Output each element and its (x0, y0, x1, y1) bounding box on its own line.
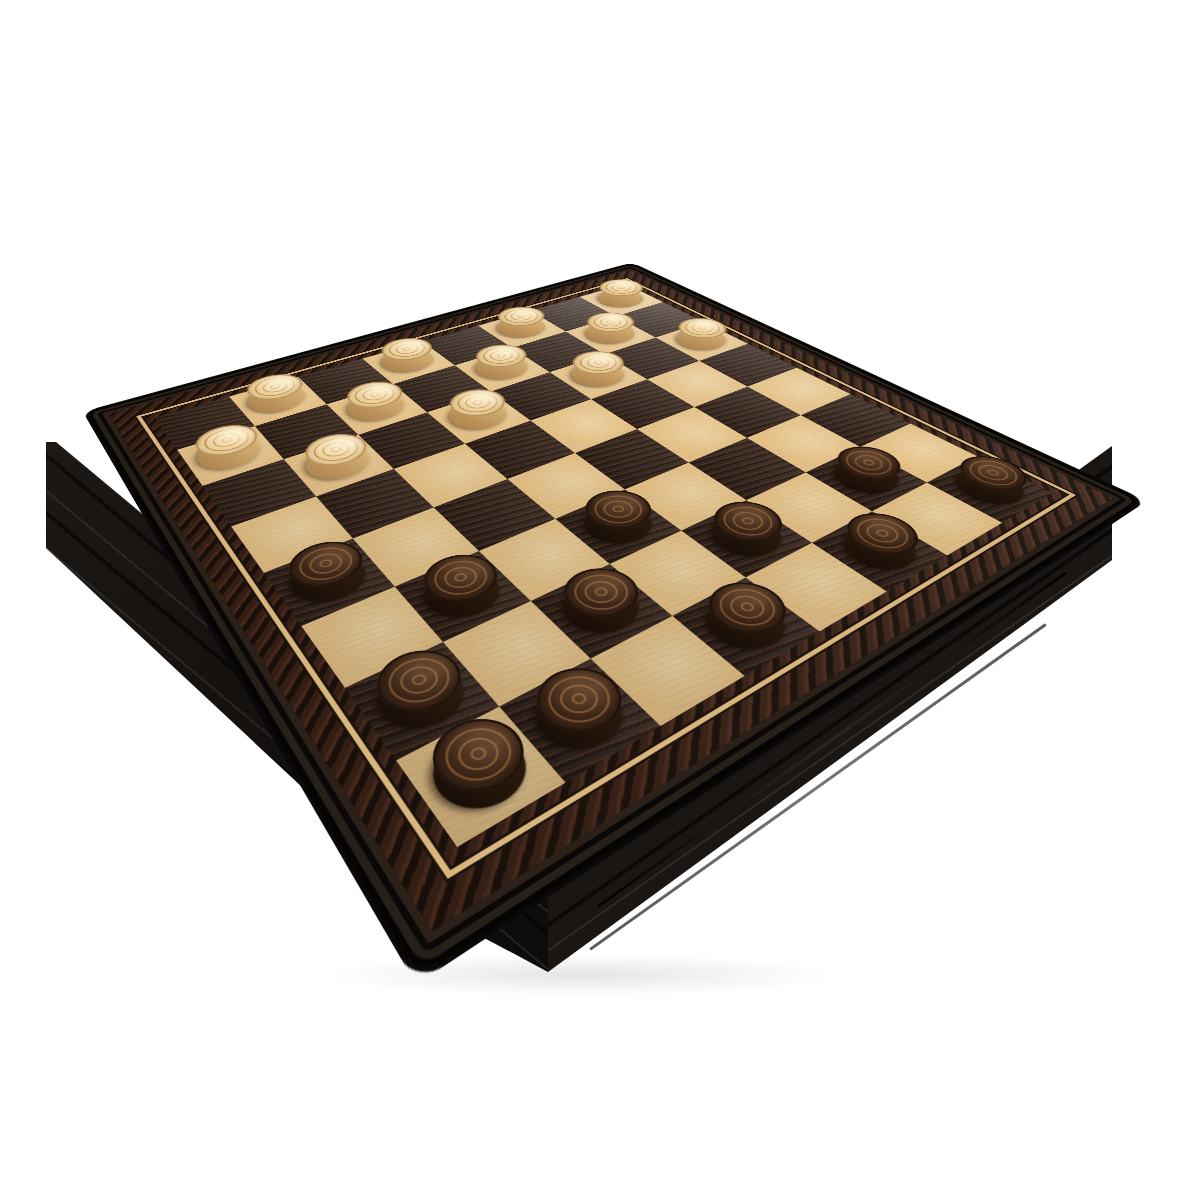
checkerboard (155, 284, 1053, 847)
product-photo: Overhead-angle product photo of a black … (0, 0, 1200, 1200)
board-scene (0, 0, 1200, 1200)
